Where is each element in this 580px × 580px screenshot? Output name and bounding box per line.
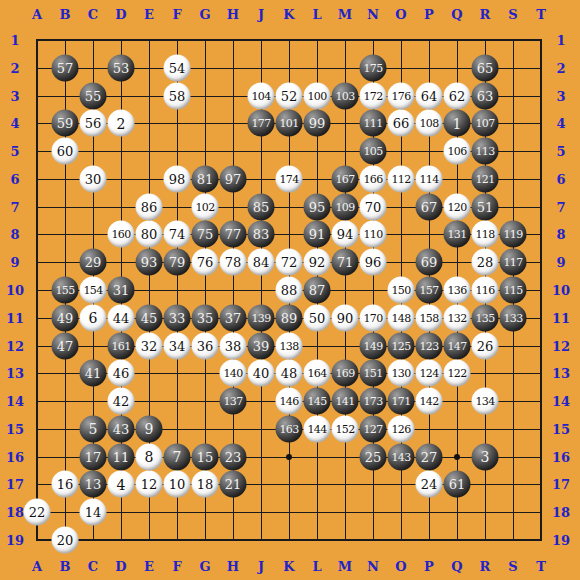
move-number: 10: [169, 478, 186, 491]
stone-black-7: 7: [164, 443, 191, 470]
move-number: 126: [391, 423, 410, 434]
stone-black-167: 167: [332, 165, 359, 192]
col-label-top-L: L: [312, 7, 321, 20]
move-number: 124: [419, 368, 438, 379]
stone-black-55: 55: [80, 82, 107, 109]
move-number: 121: [475, 173, 494, 184]
row-label-right-2: 2: [556, 61, 565, 74]
row-label-right-4: 4: [556, 117, 565, 130]
move-number: 166: [363, 173, 382, 184]
move-number: 130: [391, 368, 410, 379]
stone-white-2: 2: [108, 110, 135, 137]
row-label-right-16: 16: [552, 450, 570, 463]
move-number: 56: [85, 117, 102, 130]
move-number: 77: [225, 228, 242, 241]
row-label-left-6: 6: [10, 172, 19, 185]
col-label-top-G: G: [199, 7, 210, 20]
move-number: 135: [475, 312, 494, 323]
move-number: 44: [113, 311, 130, 324]
row-label-left-7: 7: [10, 200, 19, 213]
move-number: 173: [363, 396, 382, 407]
stone-white-100: 100: [304, 82, 331, 109]
move-number: 108: [419, 118, 438, 129]
stone-white-20: 20: [52, 527, 79, 554]
col-label-top-E: E: [144, 7, 154, 20]
stone-white-146: 146: [276, 388, 303, 415]
move-number: 88: [281, 284, 298, 297]
stone-black-11: 11: [108, 443, 135, 470]
stone-white-52: 52: [276, 82, 303, 109]
stone-black-75: 75: [192, 221, 219, 248]
move-number: 134: [475, 396, 494, 407]
move-number: 83: [253, 228, 270, 241]
stone-white-142: 142: [416, 388, 443, 415]
move-number: 154: [83, 285, 102, 296]
stone-black-33: 33: [164, 304, 191, 331]
move-number: 70: [365, 200, 382, 213]
col-label-bottom-C: C: [88, 559, 98, 572]
move-number: 176: [391, 90, 410, 101]
col-label-top-A: A: [32, 7, 42, 20]
move-number: 38: [225, 339, 242, 352]
stone-black-51: 51: [472, 193, 499, 220]
stone-black-29: 29: [80, 249, 107, 276]
move-number: 42: [113, 395, 130, 408]
move-number: 66: [393, 117, 410, 130]
stone-white-10: 10: [164, 471, 191, 498]
row-label-right-10: 10: [552, 284, 570, 297]
row-label-right-9: 9: [556, 256, 565, 269]
stone-white-54: 54: [164, 54, 191, 81]
row-label-left-4: 4: [10, 117, 19, 130]
stone-black-65: 65: [472, 54, 499, 81]
move-number: 45: [141, 311, 158, 324]
move-number: 30: [85, 172, 102, 185]
move-number: 24: [421, 478, 438, 491]
move-number: 86: [141, 200, 158, 213]
col-label-top-C: C: [88, 7, 98, 20]
stone-black-161: 161: [108, 332, 135, 359]
row-label-right-8: 8: [556, 228, 565, 241]
row-label-right-5: 5: [556, 145, 565, 158]
move-number: 145: [307, 396, 326, 407]
col-label-top-F: F: [172, 7, 181, 20]
stone-white-28: 28: [472, 249, 499, 276]
move-number: 9: [145, 422, 154, 436]
move-number: 47: [57, 339, 74, 352]
stone-black-93: 93: [136, 249, 163, 276]
move-number: 103: [335, 90, 354, 101]
row-label-right-15: 15: [552, 422, 570, 435]
move-number: 67: [421, 200, 438, 213]
move-number: 23: [225, 450, 242, 463]
move-number: 40: [253, 367, 270, 380]
move-number: 123: [419, 340, 438, 351]
stone-black-143: 143: [388, 443, 415, 470]
stone-black-3: 3: [472, 443, 499, 470]
stone-white-34: 34: [164, 332, 191, 359]
row-label-left-5: 5: [10, 145, 19, 158]
move-number: 65: [477, 61, 494, 74]
stone-white-38: 38: [220, 332, 247, 359]
move-number: 60: [57, 145, 74, 158]
col-label-top-N: N: [367, 7, 379, 20]
move-number: 71: [337, 256, 354, 269]
move-number: 163: [279, 423, 298, 434]
col-label-bottom-T: T: [536, 559, 546, 572]
stone-black-113: 113: [472, 138, 499, 165]
stone-black-169: 169: [332, 360, 359, 387]
stone-white-112: 112: [388, 165, 415, 192]
col-label-bottom-B: B: [60, 559, 71, 572]
move-number: 2: [117, 116, 126, 130]
stone-black-145: 145: [304, 388, 331, 415]
move-number: 102: [195, 201, 214, 212]
stone-white-70: 70: [360, 193, 387, 220]
stone-white-104: 104: [248, 82, 275, 109]
move-number: 33: [169, 311, 186, 324]
stone-white-6: 6: [80, 304, 107, 331]
stone-black-9: 9: [136, 415, 163, 442]
move-number: 106: [447, 146, 466, 157]
move-number: 4: [117, 477, 126, 491]
stone-black-61: 61: [444, 471, 471, 498]
move-number: 49: [57, 311, 74, 324]
stone-black-67: 67: [416, 193, 443, 220]
stone-white-140: 140: [220, 360, 247, 387]
move-number: 84: [253, 256, 270, 269]
stone-black-131: 131: [444, 221, 471, 248]
move-number: 107: [475, 118, 494, 129]
move-number: 122: [447, 368, 466, 379]
move-number: 167: [335, 173, 354, 184]
move-number: 98: [169, 172, 186, 185]
col-label-bottom-O: O: [395, 559, 406, 572]
move-number: 115: [503, 285, 522, 296]
move-number: 1: [453, 116, 462, 130]
col-label-bottom-D: D: [115, 559, 126, 572]
stone-white-60: 60: [52, 138, 79, 165]
stone-black-173: 173: [360, 388, 387, 415]
col-label-bottom-M: M: [338, 559, 352, 572]
stone-white-8: 8: [136, 443, 163, 470]
move-number: 90: [337, 311, 354, 324]
row-label-right-17: 17: [552, 478, 570, 491]
stone-black-53: 53: [108, 54, 135, 81]
stone-black-5: 5: [80, 415, 107, 442]
move-number: 18: [197, 478, 214, 491]
move-number: 113: [475, 146, 494, 157]
stone-black-21: 21: [220, 471, 247, 498]
col-label-bottom-A: A: [32, 559, 42, 572]
stone-black-63: 63: [472, 82, 499, 109]
row-label-left-8: 8: [10, 228, 19, 241]
stone-white-98: 98: [164, 165, 191, 192]
move-number: 109: [335, 201, 354, 212]
move-number: 7: [173, 450, 182, 464]
stone-white-64: 64: [416, 82, 443, 109]
move-number: 101: [279, 118, 298, 129]
stone-black-25: 25: [360, 443, 387, 470]
move-number: 119: [503, 229, 522, 240]
row-label-right-11: 11: [552, 311, 570, 324]
move-number: 93: [141, 256, 158, 269]
move-number: 8: [145, 450, 154, 464]
stone-black-111: 111: [360, 110, 387, 137]
move-number: 59: [57, 117, 74, 130]
stone-white-90: 90: [332, 304, 359, 331]
move-number: 31: [113, 284, 130, 297]
row-label-right-6: 6: [556, 172, 565, 185]
stone-white-80: 80: [136, 221, 163, 248]
move-number: 111: [363, 118, 382, 129]
stone-black-59: 59: [52, 110, 79, 137]
row-label-left-11: 11: [6, 311, 24, 324]
stone-white-158: 158: [416, 304, 443, 331]
move-number: 174: [279, 173, 298, 184]
stone-black-149: 149: [360, 332, 387, 359]
move-number: 62: [449, 89, 466, 102]
move-number: 116: [475, 285, 494, 296]
move-number: 169: [335, 368, 354, 379]
move-number: 150: [391, 285, 410, 296]
stone-white-126: 126: [388, 415, 415, 442]
stone-white-148: 148: [388, 304, 415, 331]
move-number: 17: [85, 450, 102, 463]
stone-black-151: 151: [360, 360, 387, 387]
move-number: 22: [29, 506, 46, 519]
stone-white-30: 30: [80, 165, 107, 192]
stone-black-43: 43: [108, 415, 135, 442]
stone-white-114: 114: [416, 165, 443, 192]
row-label-left-19: 19: [6, 534, 24, 547]
stone-black-155: 155: [52, 277, 79, 304]
col-label-bottom-J: J: [258, 559, 264, 572]
move-number: 147: [447, 340, 466, 351]
stone-black-13: 13: [80, 471, 107, 498]
move-number: 21: [225, 478, 242, 491]
stone-white-138: 138: [276, 332, 303, 359]
move-number: 164: [307, 368, 326, 379]
move-number: 14: [85, 506, 102, 519]
move-number: 87: [309, 284, 326, 297]
row-label-left-18: 18: [6, 506, 24, 519]
move-number: 91: [309, 228, 326, 241]
stone-black-35: 35: [192, 304, 219, 331]
move-number: 99: [309, 117, 326, 130]
stone-white-110: 110: [360, 221, 387, 248]
stone-white-74: 74: [164, 221, 191, 248]
move-number: 171: [391, 396, 410, 407]
grid-line-horizontal: [37, 512, 541, 513]
stone-white-92: 92: [304, 249, 331, 276]
stone-black-95: 95: [304, 193, 331, 220]
stone-white-150: 150: [388, 277, 415, 304]
stone-white-134: 134: [472, 388, 499, 415]
move-number: 27: [421, 450, 438, 463]
move-number: 144: [307, 423, 326, 434]
move-number: 120: [447, 201, 466, 212]
stone-black-31: 31: [108, 277, 135, 304]
move-number: 114: [419, 173, 438, 184]
stone-white-42: 42: [108, 388, 135, 415]
move-number: 160: [111, 229, 130, 240]
move-number: 138: [279, 340, 298, 351]
stone-white-132: 132: [444, 304, 471, 331]
move-number: 143: [391, 451, 410, 462]
stone-white-154: 154: [80, 277, 107, 304]
stone-white-116: 116: [472, 277, 499, 304]
move-number: 118: [475, 229, 494, 240]
row-label-left-16: 16: [6, 450, 24, 463]
stone-white-72: 72: [276, 249, 303, 276]
row-label-left-12: 12: [6, 339, 24, 352]
stone-black-163: 163: [276, 415, 303, 442]
move-number: 13: [85, 478, 102, 491]
col-label-top-H: H: [227, 7, 239, 20]
stone-black-15: 15: [192, 443, 219, 470]
move-number: 177: [251, 118, 270, 129]
stone-black-125: 125: [388, 332, 415, 359]
stone-black-133: 133: [500, 304, 527, 331]
stone-black-139: 139: [248, 304, 275, 331]
stone-white-174: 174: [276, 165, 303, 192]
stone-white-76: 76: [192, 249, 219, 276]
stone-white-122: 122: [444, 360, 471, 387]
move-number: 48: [281, 367, 298, 380]
col-label-top-Q: Q: [451, 7, 462, 20]
move-number: 72: [281, 256, 298, 269]
move-number: 39: [253, 339, 270, 352]
col-label-top-J: J: [258, 7, 264, 20]
stone-black-99: 99: [304, 110, 331, 137]
move-number: 6: [89, 311, 98, 325]
col-label-bottom-Q: Q: [451, 559, 462, 572]
move-number: 15: [197, 450, 214, 463]
row-label-left-15: 15: [6, 422, 24, 435]
stone-white-48: 48: [276, 360, 303, 387]
move-number: 74: [169, 228, 186, 241]
stone-black-103: 103: [332, 82, 359, 109]
move-number: 34: [169, 339, 186, 352]
move-number: 161: [111, 340, 130, 351]
move-number: 69: [421, 256, 438, 269]
row-label-right-7: 7: [556, 200, 565, 213]
stone-black-39: 39: [248, 332, 275, 359]
move-number: 75: [197, 228, 214, 241]
stone-white-40: 40: [248, 360, 275, 387]
col-label-bottom-P: P: [424, 559, 434, 572]
move-number: 136: [447, 285, 466, 296]
move-number: 142: [419, 396, 438, 407]
stone-black-175: 175: [360, 54, 387, 81]
stone-black-147: 147: [444, 332, 471, 359]
col-label-bottom-K: K: [283, 559, 294, 572]
star-point-K16: [286, 454, 292, 460]
row-label-right-13: 13: [552, 367, 570, 380]
stone-white-16: 16: [52, 471, 79, 498]
row-label-left-1: 1: [10, 34, 19, 47]
col-label-top-B: B: [60, 7, 71, 20]
go-board-diagram: AABBCCDDEEFFGGHHJJKKLLMMNNOOPPQQRRSSTT11…: [0, 0, 580, 580]
stone-black-79: 79: [164, 249, 191, 276]
move-number: 97: [225, 172, 242, 185]
row-label-left-17: 17: [6, 478, 24, 491]
stone-white-96: 96: [360, 249, 387, 276]
move-number: 41: [85, 367, 102, 380]
stone-black-47: 47: [52, 332, 79, 359]
stone-black-83: 83: [248, 221, 275, 248]
stone-white-18: 18: [192, 471, 219, 498]
row-label-right-19: 19: [552, 534, 570, 547]
move-number: 104: [251, 90, 270, 101]
stone-black-177: 177: [248, 110, 275, 137]
move-number: 158: [419, 312, 438, 323]
col-label-bottom-G: G: [199, 559, 210, 572]
star-point-Q16: [454, 454, 460, 460]
move-number: 36: [197, 339, 214, 352]
move-number: 26: [477, 339, 494, 352]
col-label-top-R: R: [480, 7, 491, 20]
row-label-left-2: 2: [10, 61, 19, 74]
stone-white-24: 24: [416, 471, 443, 498]
stone-black-119: 119: [500, 221, 527, 248]
stone-white-4: 4: [108, 471, 135, 498]
move-number: 172: [363, 90, 382, 101]
col-label-top-P: P: [424, 7, 434, 20]
stone-white-78: 78: [220, 249, 247, 276]
move-number: 146: [279, 396, 298, 407]
stone-black-85: 85: [248, 193, 275, 220]
col-label-top-T: T: [536, 7, 546, 20]
move-number: 137: [223, 396, 242, 407]
col-label-top-S: S: [508, 7, 517, 20]
stone-black-157: 157: [416, 277, 443, 304]
stone-white-84: 84: [248, 249, 275, 276]
stone-black-109: 109: [332, 193, 359, 220]
stone-black-23: 23: [220, 443, 247, 470]
row-label-left-10: 10: [6, 284, 24, 297]
move-number: 131: [447, 229, 466, 240]
move-number: 64: [421, 89, 438, 102]
move-number: 105: [363, 146, 382, 157]
stone-white-62: 62: [444, 82, 471, 109]
stone-black-135: 135: [472, 304, 499, 331]
move-number: 43: [113, 422, 130, 435]
row-label-left-14: 14: [6, 395, 24, 408]
stone-black-1: 1: [444, 110, 471, 137]
stone-white-88: 88: [276, 277, 303, 304]
row-label-right-1: 1: [556, 34, 565, 47]
move-number: 79: [169, 256, 186, 269]
stone-black-137: 137: [220, 388, 247, 415]
move-number: 100: [307, 90, 326, 101]
stone-black-81: 81: [192, 165, 219, 192]
col-label-bottom-F: F: [172, 559, 181, 572]
stone-black-17: 17: [80, 443, 107, 470]
col-label-bottom-H: H: [227, 559, 239, 572]
stone-white-102: 102: [192, 193, 219, 220]
col-label-top-D: D: [115, 7, 126, 20]
move-number: 112: [391, 173, 410, 184]
move-number: 76: [197, 256, 214, 269]
row-label-right-18: 18: [552, 506, 570, 519]
move-number: 28: [477, 256, 494, 269]
move-number: 141: [335, 396, 354, 407]
move-number: 51: [477, 200, 494, 213]
move-number: 95: [309, 200, 326, 213]
stone-black-27: 27: [416, 443, 443, 470]
